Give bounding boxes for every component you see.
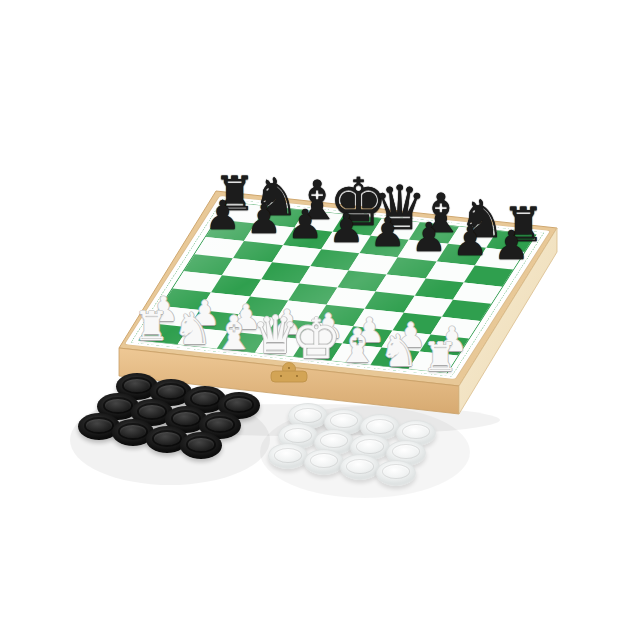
white-checker-disc <box>268 443 308 469</box>
white-checker-disc <box>376 460 416 486</box>
black-checker-disc <box>180 432 222 459</box>
product-photo-scene: ♜♞♝♚♛♝♞♜♟♟♟♟♟♟♟♟♟♟♟♟♟♟♟♟♜♞♝♛♚♝♞♜ <box>0 0 640 640</box>
white-checker-disc <box>304 449 344 475</box>
white-checker-disc <box>340 454 380 480</box>
checkers-layer <box>0 0 640 640</box>
